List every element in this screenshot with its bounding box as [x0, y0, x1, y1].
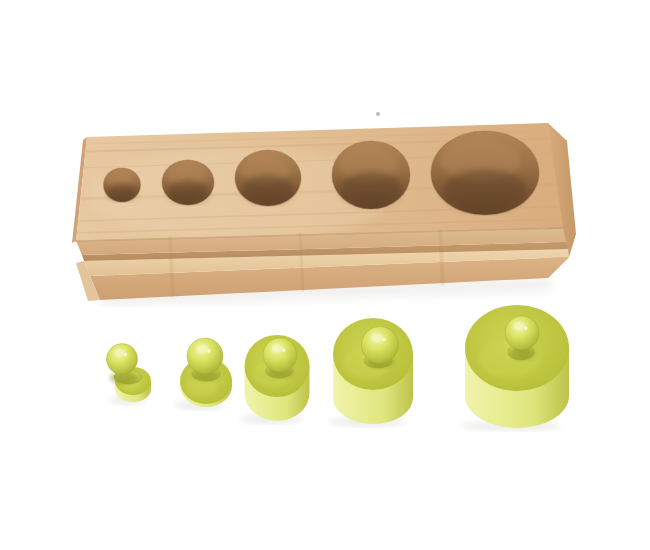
knob-highlight-speck — [382, 338, 386, 342]
cylinder-5-largest — [462, 305, 569, 431]
socket-3 — [235, 150, 301, 206]
dust-speck — [376, 112, 380, 116]
socket-bottom-shadow — [242, 176, 293, 204]
socket-bottom-shadow — [341, 172, 402, 206]
socket-2 — [162, 160, 214, 205]
socket-bottom-shadow — [168, 181, 209, 204]
knob-highlight-speck — [207, 349, 211, 353]
cylinder-4 — [329, 318, 413, 427]
socket-bottom-shadow — [443, 170, 527, 212]
knob-highlight — [371, 333, 384, 342]
knob-highlight-speck — [524, 326, 528, 330]
knob-highlight-speck — [282, 348, 286, 352]
wood-block — [70, 123, 576, 301]
knob-highlight — [272, 344, 284, 352]
socket-1 — [104, 168, 141, 202]
scene-svg — [0, 0, 650, 550]
product-photo — [0, 0, 650, 550]
knob-highlight-speck — [124, 353, 128, 357]
knob-highlight — [196, 344, 209, 353]
socket-bottom-shadow — [108, 184, 137, 201]
knob-highlight — [114, 349, 125, 356]
socket-5 — [431, 131, 539, 215]
socket-4 — [332, 141, 410, 209]
speck — [376, 112, 380, 116]
knob-highlight — [514, 322, 526, 330]
